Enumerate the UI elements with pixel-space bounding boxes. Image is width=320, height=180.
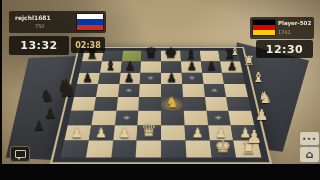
piece-white-pawn[interactable]: ♟ [71, 126, 83, 139]
square-g7[interactable]: ♟ [201, 61, 223, 72]
captured-white-knight: ♞ [258, 90, 272, 106]
move-hint-star-icon[interactable]: ✳ [203, 84, 226, 97]
square-c5[interactable]: ✳ [118, 84, 140, 97]
square-e6[interactable]: ♟ [161, 72, 182, 84]
piece-white-knight[interactable]: ♞ [166, 95, 179, 109]
square-d6[interactable]: ✳ [140, 72, 161, 84]
chat-button[interactable] [10, 146, 30, 162]
captured-black-knight: ♞ [56, 76, 78, 100]
square-b2[interactable]: ♟ [88, 125, 114, 141]
square-c3[interactable]: ✳ [114, 111, 138, 126]
square-f2[interactable]: ♟ [184, 125, 209, 141]
square-a3[interactable] [68, 111, 94, 126]
left-black-bar [0, 0, 2, 180]
captured-black-knight: ♞ [40, 88, 54, 104]
square-d1[interactable] [136, 141, 161, 158]
piece-black-pawn[interactable]: ♟ [166, 72, 176, 84]
clock-right-time: 12:30 [266, 43, 304, 56]
more-options-button[interactable]: ••• [299, 131, 320, 146]
player-name-left: rejchl1681 [15, 14, 51, 21]
bottom-black-bar [0, 164, 320, 180]
piece-white-pawn[interactable]: ♟ [191, 126, 203, 139]
clock-left-time: 13:32 [20, 39, 58, 52]
captured-black-pawn: ♟ [44, 106, 57, 120]
piece-black-king[interactable]: ♚ [164, 46, 177, 61]
piece-black-pawn[interactable]: ♟ [186, 60, 196, 71]
square-c1[interactable] [111, 141, 137, 158]
square-a1[interactable] [61, 141, 89, 158]
square-h4[interactable] [226, 97, 251, 111]
move-hint-star-icon[interactable]: ✳ [118, 84, 140, 97]
square-f3[interactable] [184, 111, 208, 126]
square-h6[interactable] [222, 72, 245, 84]
square-b5[interactable] [96, 84, 119, 97]
square-a5[interactable] [74, 84, 98, 97]
captured-white-bishop: ♝ [230, 46, 240, 57]
move-clock-left-time: 02:38 [75, 41, 100, 50]
square-d4[interactable] [138, 97, 161, 111]
square-a2[interactable]: ♟ [64, 125, 91, 141]
square-d8[interactable]: ♛ [141, 51, 161, 61]
clock-right: 12:30 [256, 40, 313, 58]
home-button[interactable]: ⌂ [299, 146, 320, 163]
piece-black-pawn[interactable]: ♟ [227, 60, 237, 71]
square-b6[interactable] [98, 72, 120, 84]
piece-black-pawn[interactable]: ♟ [207, 60, 217, 71]
move-hint-star-icon[interactable]: ✳ [206, 111, 231, 126]
square-e1[interactable] [161, 141, 186, 158]
square-e4[interactable]: ♞ [161, 97, 184, 111]
piece-white-queen[interactable]: ♛ [141, 122, 157, 140]
chess-board[interactable]: ♜♛♚♝♜♝♟♟♟♟♟♟✳♟✳✳✳♞✳✳♟♟♟♛♟♟♟♚♜ [50, 47, 272, 164]
chat-bubble-icon [15, 150, 26, 158]
square-f4[interactable] [183, 97, 206, 111]
piece-black-pawn[interactable]: ♟ [125, 60, 135, 71]
square-d7[interactable] [141, 61, 161, 72]
piece-black-pawn[interactable]: ♟ [82, 72, 92, 84]
square-g4[interactable] [205, 97, 229, 111]
move-hint-star-icon[interactable]: ✳ [140, 72, 161, 84]
square-f7[interactable]: ♟ [181, 61, 202, 72]
square-e2[interactable] [161, 125, 185, 141]
home-icon: ⌂ [306, 148, 314, 161]
flag-russia-icon [77, 14, 103, 30]
square-b3[interactable] [91, 111, 116, 126]
piece-black-bishop[interactable]: ♝ [104, 58, 116, 71]
chess-game-screen: ♞♞♟♟♝♜♝♞♟♟ ♜♛♚♝♜♝♟♟♟♟♟♟✳♟✳✳✳♞✳✳♟♟♟♛♟♟♟♚♜… [0, 0, 320, 180]
player-rating-left: 750 [35, 23, 45, 29]
piece-white-pawn[interactable]: ♟ [95, 126, 107, 139]
square-f6[interactable]: ✳ [181, 72, 203, 84]
piece-black-pawn[interactable]: ♟ [124, 72, 134, 84]
square-f1[interactable] [185, 141, 211, 158]
player-name-right: Player-502 [278, 20, 311, 26]
board-grid: ♜♛♚♝♜♝♟♟♟♟♟♟✳♟✳✳✳♞✳✳♟♟♟♛♟♟♟♚♜ [61, 51, 262, 158]
square-h5[interactable] [224, 84, 248, 97]
square-b4[interactable] [93, 97, 117, 111]
clock-left: 13:32 [9, 36, 69, 55]
square-b1[interactable] [86, 141, 113, 158]
square-c6[interactable]: ♟ [119, 72, 141, 84]
captured-white-pawn: ♟ [246, 128, 262, 146]
move-clock-left: 02:38 [71, 37, 105, 53]
square-f5[interactable] [182, 84, 204, 97]
captured-white-pawn: ♟ [255, 108, 268, 123]
flag-germany-icon [253, 20, 275, 35]
square-g1[interactable]: ♚ [209, 141, 236, 158]
move-hint-star-icon[interactable]: ✳ [114, 111, 138, 126]
captured-black-pawn: ♟ [33, 119, 45, 132]
move-hint-star-icon[interactable]: ✳ [181, 72, 203, 84]
square-h7[interactable]: ♟ [220, 61, 242, 72]
square-g5[interactable]: ✳ [203, 84, 226, 97]
square-g3[interactable]: ✳ [206, 111, 231, 126]
square-c4[interactable] [116, 97, 139, 111]
captured-white-rook: ♜ [243, 54, 255, 67]
square-a6[interactable]: ♟ [77, 72, 100, 84]
square-d5[interactable] [139, 84, 161, 97]
square-d2[interactable]: ♛ [137, 125, 161, 141]
piece-black-queen[interactable]: ♛ [145, 46, 158, 61]
square-g6[interactable] [202, 72, 224, 84]
piece-white-pawn[interactable]: ♟ [119, 126, 131, 139]
captured-white-bishop: ♝ [252, 70, 265, 84]
piece-white-king[interactable]: ♚ [215, 138, 232, 156]
player-panel-left[interactable]: rejchl1681 750 [9, 11, 106, 33]
more-dots-icon: ••• [302, 135, 317, 142]
square-h3[interactable] [229, 111, 255, 126]
square-e8[interactable]: ♚ [161, 51, 181, 61]
square-c2[interactable]: ♟ [113, 125, 138, 141]
player-panel-right[interactable]: Player-502 1741 [250, 17, 314, 39]
player-rating-right: 1741 [278, 29, 291, 35]
square-b7[interactable]: ♝ [100, 61, 122, 72]
square-e3[interactable] [161, 111, 184, 126]
